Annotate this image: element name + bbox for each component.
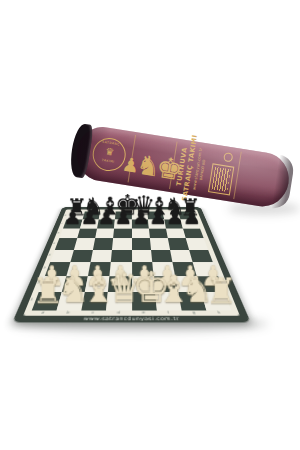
- board-scene: ♜♞♝♚♛♝♞♜♟♟♟♟♟♟♟♟♟♟♟♟♟♟♟♟♜♞♝♛♚♝♞♜ 8a7b6c5…: [44, 162, 219, 337]
- square-h5: [186, 238, 208, 249]
- square-b5: [74, 238, 95, 249]
- rank-label-6: 6: [57, 232, 60, 234]
- square-d6: [113, 229, 131, 239]
- square-c5: [93, 238, 113, 249]
- piece-white-rook: ♜: [33, 273, 58, 308]
- square-d7: ♟: [114, 220, 131, 229]
- square-e7: ♟: [132, 220, 149, 229]
- square-g6: [166, 229, 186, 239]
- square-b7: ♟: [80, 220, 99, 229]
- square-d5: [112, 238, 131, 249]
- square-h7: ♟: [180, 220, 200, 229]
- rank-label-5: 5: [53, 243, 56, 245]
- piece-white-rook: ♜: [206, 273, 231, 308]
- product-photo: SATRANÇ ♛ TAKIMI ♟ ♞ ♚ TURNUVA SATRANÇ T…: [0, 0, 300, 450]
- piece-white-queen: ♛: [107, 268, 132, 308]
- piece-black-pawn: ♟: [166, 207, 183, 227]
- piece-black-pawn: ♟: [97, 207, 114, 227]
- board-squares: ♜♞♝♚♛♝♞♜♟♟♟♟♟♟♟♟♟♟♟♟♟♟♟♟♜♞♝♛♚♝♞♜: [32, 212, 231, 311]
- square-d1: ♛: [107, 292, 132, 310]
- piece-black-pawn: ♟: [132, 207, 149, 227]
- square-f5: [150, 238, 170, 249]
- board-frame: ♜♞♝♚♛♝♞♜♟♟♟♟♟♟♟♟♟♟♟♟♟♟♟♟♜♞♝♛♚♝♞♜ 8a7b6c5…: [23, 210, 240, 316]
- tube-right-cap: [271, 155, 295, 211]
- piece-black-pawn: ♟: [80, 207, 97, 227]
- square-c1: ♝: [82, 292, 109, 310]
- piece-white-knight: ♞: [181, 272, 206, 308]
- piece-white-bishop: ♝: [156, 271, 181, 309]
- piece-white-bishop: ♝: [82, 271, 107, 309]
- square-e6: [132, 229, 150, 239]
- square-f1: ♝: [155, 292, 182, 310]
- piece-black-pawn: ♟: [63, 207, 80, 227]
- square-f7: ♟: [148, 220, 166, 229]
- square-g1: ♞: [178, 292, 206, 310]
- square-f6: [149, 229, 168, 239]
- square-h6: [183, 229, 204, 239]
- square-e5: [132, 238, 151, 249]
- square-g7: ♟: [164, 220, 183, 229]
- piece-black-pawn: ♟: [149, 207, 166, 227]
- square-b6: [77, 229, 97, 239]
- tube-mini-emblem: [223, 152, 233, 162]
- board-brand-url: www.satrancdunyasi.com.tr: [13, 316, 251, 322]
- square-a5: [55, 238, 77, 249]
- piece-black-pawn: ♟: [183, 207, 200, 227]
- piece-black-pawn: ♟: [114, 207, 131, 227]
- square-c6: [95, 229, 114, 239]
- square-h1: ♜: [201, 292, 231, 310]
- piece-white-king: ♚: [132, 266, 157, 309]
- rank-label-4: 4: [48, 254, 51, 256]
- chessboard: ♜♞♝♚♛♝♞♜♟♟♟♟♟♟♟♟♟♟♟♟♟♟♟♟♜♞♝♛♚♝♞♜ 8a7b6c5…: [12, 207, 251, 322]
- piece-white-knight: ♞: [57, 272, 82, 308]
- tube-divider-line: [233, 152, 241, 200]
- square-e1: ♚: [132, 292, 157, 310]
- square-c7: ♟: [97, 220, 115, 229]
